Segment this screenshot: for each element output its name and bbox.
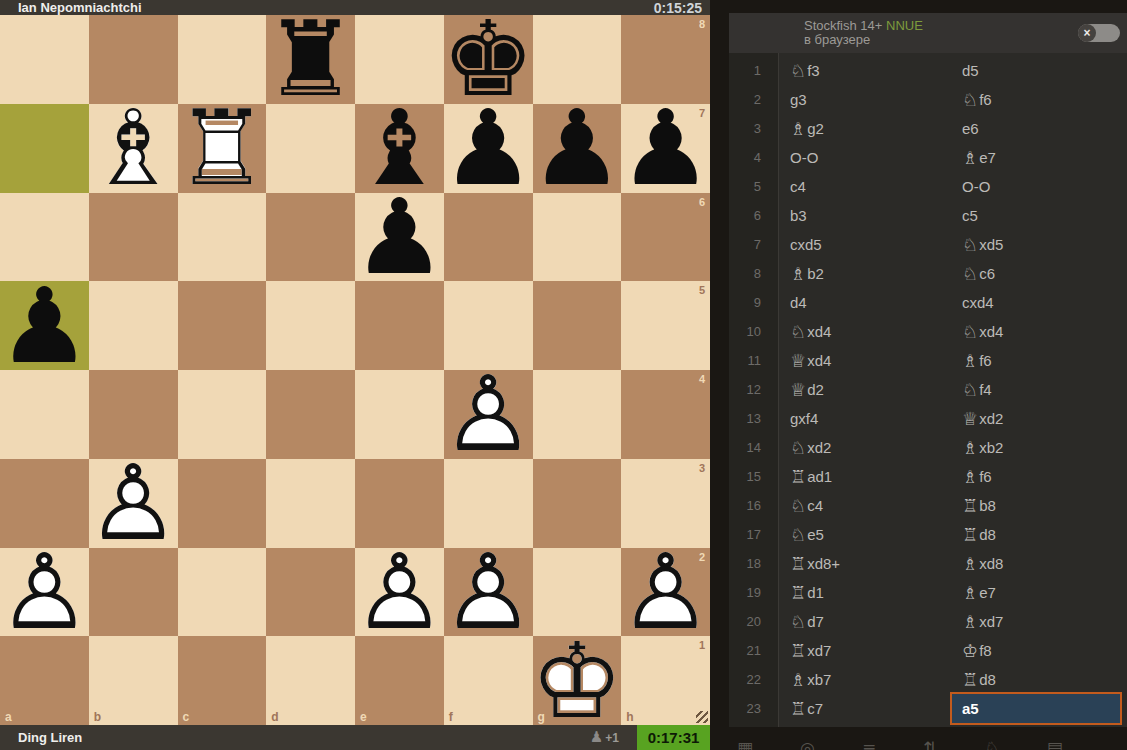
move-row: 20♘d7♗xd7: [729, 607, 1127, 636]
square-a8[interactable]: [0, 15, 89, 104]
move-number: 13: [729, 411, 778, 426]
pawn-icon: ♟: [590, 730, 603, 745]
move-white-16[interactable]: ♘c4: [778, 491, 952, 520]
bottom-bar-right: ♟ +1 0:17:31: [590, 725, 710, 750]
move-white-7[interactable]: cxd5: [778, 230, 952, 259]
bottom-toolbar: ▦◎≡⇅♘▤: [729, 740, 1127, 750]
board-resize-handle[interactable]: [696, 711, 708, 723]
square-d4[interactable]: [266, 370, 355, 459]
piece-figurine-icon: ♖: [962, 497, 978, 515]
move-number: 20: [729, 614, 778, 629]
piece-figurine-icon: ♘: [962, 236, 978, 254]
piece-white-pawn[interactable]: ♟♙: [444, 370, 533, 459]
square-e4[interactable]: [355, 370, 444, 459]
material-indicator: ♟ +1: [590, 730, 619, 745]
move-number: 16: [729, 498, 778, 513]
piece-figurine-icon: ♗: [962, 149, 978, 167]
piece-black-pawn[interactable]: ♟: [621, 104, 710, 193]
move-white-20[interactable]: ♘d7: [778, 607, 952, 636]
square-e1[interactable]: e: [355, 636, 444, 725]
square-b6[interactable]: [89, 193, 178, 282]
list-icon[interactable]: ▤: [1047, 740, 1063, 750]
move-number: 9: [729, 295, 778, 310]
move-black-10[interactable]: ♘xd4: [952, 317, 1120, 346]
piece-black-rook[interactable]: ♜: [266, 15, 355, 104]
move-black-4[interactable]: ♗e7: [952, 143, 1120, 172]
moves-rows: 1♘f3d52g3♘f63♗g2e64O-O♗e75c4O-O6b3c57cxd…: [729, 56, 1127, 723]
square-h5[interactable]: 5: [621, 281, 710, 370]
engine-info: Stockfish 14+ NNUE в браузере: [804, 19, 923, 47]
piece-white-pawn[interactable]: ♟♙: [0, 548, 89, 637]
square-b1[interactable]: b: [89, 636, 178, 725]
piece-figurine-icon: ♘: [962, 91, 978, 109]
move-black-17[interactable]: ♖d8: [952, 520, 1120, 549]
black-player-clock: 0:15:25: [654, 0, 710, 16]
move-white-18[interactable]: ♖xd8+: [778, 549, 952, 578]
move-number: 23: [729, 701, 778, 716]
sort-arrows-icon[interactable]: ⇅: [923, 740, 937, 750]
square-g5[interactable]: [533, 281, 622, 370]
piece-figurine-icon: ♘: [962, 265, 978, 283]
move-row: 12♕d2♘f4: [729, 375, 1127, 404]
move-number: 12: [729, 382, 778, 397]
piece-figurine-icon: ♖: [790, 555, 806, 573]
board-icon[interactable]: ▦: [737, 740, 753, 750]
coordinate-rank-4: 4: [699, 373, 705, 385]
move-black-3[interactable]: e6: [952, 114, 1120, 143]
piece-white-pawn[interactable]: ♟♙: [621, 548, 710, 637]
engine-toggle[interactable]: ×: [1078, 24, 1120, 42]
move-row: 8♗b2♘c6: [729, 259, 1127, 288]
square-g3[interactable]: [533, 459, 622, 548]
move-white-6[interactable]: b3: [778, 201, 952, 230]
piece-figurine-icon: ♖: [962, 671, 978, 689]
move-black-7[interactable]: ♘xd5: [952, 230, 1120, 259]
engine-name-line: Stockfish 14+ NNUE: [804, 19, 923, 33]
coordinate-rank-2: 2: [699, 551, 705, 563]
move-row: 10♘xd4♘xd4: [729, 317, 1127, 346]
move-row: 1♘f3d5: [729, 56, 1127, 85]
move-black-22[interactable]: ♖d8: [952, 665, 1120, 694]
piece-figurine-icon: ♕: [790, 381, 806, 399]
square-d8[interactable]: ♜: [266, 15, 355, 104]
menu-icon[interactable]: ≡: [862, 740, 876, 750]
coordinate-rank-1: 1: [699, 639, 705, 651]
move-white-12[interactable]: ♕d2: [778, 375, 952, 404]
white-player-name: Ding Liren: [0, 730, 82, 745]
square-g1[interactable]: ♚♔g: [533, 636, 622, 725]
move-black-21[interactable]: ♔f8: [952, 636, 1120, 665]
engine-name: Stockfish 14+: [804, 18, 882, 33]
piece-figurine-icon: ♘: [962, 323, 978, 341]
white-player-clock-active: 0:17:31: [637, 725, 710, 750]
piece-figurine-icon: ♗: [962, 584, 978, 602]
square-c6[interactable]: [178, 193, 267, 282]
square-f2[interactable]: ♟♙: [444, 548, 533, 637]
square-a4[interactable]: [0, 370, 89, 459]
piece-white-king[interactable]: ♚♔: [533, 636, 622, 725]
move-white-8[interactable]: ♗b2: [778, 259, 952, 288]
square-c7[interactable]: ♜♖: [178, 104, 267, 193]
coordinate-file-d: d: [271, 710, 278, 724]
square-h2[interactable]: ♟♙2: [621, 548, 710, 637]
piece-black-pawn[interactable]: ♟: [355, 193, 444, 282]
move-row: 15♖ad1♗f6: [729, 462, 1127, 491]
square-c1[interactable]: c: [178, 636, 267, 725]
piece-figurine-icon: ♗: [790, 265, 806, 283]
move-row: 6b3c5: [729, 201, 1127, 230]
piece-figurine-icon: ♖: [790, 584, 806, 602]
move-row: 4O-O♗e7: [729, 143, 1127, 172]
move-white-14[interactable]: ♘xd2: [778, 433, 952, 462]
bottom-player-bar: Ding Liren ♟ +1 0:17:31: [0, 725, 710, 750]
move-row: 11♕xd4♗f6: [729, 346, 1127, 375]
move-number: 21: [729, 643, 778, 658]
move-black-14[interactable]: ♗xb2: [952, 433, 1120, 462]
coordinate-file-h: h: [626, 710, 633, 724]
piece-figurine-icon: ♗: [790, 671, 806, 689]
move-black-2[interactable]: ♘f6: [952, 85, 1120, 114]
square-d6[interactable]: [266, 193, 355, 282]
piece-figurine-icon: ♗: [962, 439, 978, 457]
move-number: 8: [729, 266, 778, 281]
move-black-8[interactable]: ♘c6: [952, 259, 1120, 288]
square-a5[interactable]: ♟: [0, 281, 89, 370]
move-white-11[interactable]: ♕xd4: [778, 346, 952, 375]
board-column: Ian Nepomniachtchi 0:15:25 ♜♚8♝♗♜♖♝♟♟♟7♟…: [0, 0, 710, 750]
move-row: 13gxf4♕xd2: [729, 404, 1127, 433]
coordinate-rank-7: 7: [699, 107, 705, 119]
move-row: 16♘c4♖b8: [729, 491, 1127, 520]
move-list[interactable]: 1♘f3d52g3♘f63♗g2e64O-O♗e75c4O-O6b3c57cxd…: [729, 53, 1127, 727]
square-e6[interactable]: ♟: [355, 193, 444, 282]
square-f1[interactable]: f: [444, 636, 533, 725]
piece-figurine-icon: ♘: [790, 439, 806, 457]
square-b5[interactable]: [89, 281, 178, 370]
move-black-23[interactable]: a5: [952, 694, 1120, 723]
move-row: 5c4O-O: [729, 172, 1127, 201]
material-count: +1: [605, 731, 619, 745]
piece-black-pawn[interactable]: ♟: [0, 281, 89, 370]
move-row: 21♖xd7♔f8: [729, 636, 1127, 665]
move-number: 4: [729, 150, 778, 165]
move-number: 10: [729, 324, 778, 339]
move-black-18[interactable]: ♗xd8: [952, 549, 1120, 578]
square-a2[interactable]: ♟♙: [0, 548, 89, 637]
coordinate-file-c: c: [183, 710, 190, 724]
piece-figurine-icon: ♔: [962, 642, 978, 660]
move-black-9[interactable]: cxd4: [952, 288, 1120, 317]
piece-figurine-icon: ♖: [790, 642, 806, 660]
square-f4[interactable]: ♟♙: [444, 370, 533, 459]
move-row: 22♗xb7♖d8: [729, 665, 1127, 694]
piece-figurine-icon: ♖: [790, 468, 806, 486]
move-black-1[interactable]: d5: [952, 56, 1120, 85]
move-row: 23♖c7a5: [729, 694, 1127, 723]
move-row: 17♘e5♖d8: [729, 520, 1127, 549]
square-h4[interactable]: 4: [621, 370, 710, 459]
move-black-20[interactable]: ♗xd7: [952, 607, 1120, 636]
move-white-13[interactable]: gxf4: [778, 404, 952, 433]
square-d7[interactable]: [266, 104, 355, 193]
coordinate-file-a: a: [5, 710, 12, 724]
engine-nnue-badge: NNUE: [886, 18, 923, 33]
black-player-name: Ian Nepomniachtchi: [0, 0, 142, 15]
move-number: 5: [729, 179, 778, 194]
square-c2[interactable]: [178, 548, 267, 637]
square-h6[interactable]: 6: [621, 193, 710, 282]
move-number: 17: [729, 527, 778, 542]
coordinate-file-b: b: [94, 710, 101, 724]
piece-figurine-icon: ♖: [962, 526, 978, 544]
move-black-19[interactable]: ♗e7: [952, 578, 1120, 607]
move-white-22[interactable]: ♗xb7: [778, 665, 952, 694]
move-row: 9d4cxd4: [729, 288, 1127, 317]
move-white-19[interactable]: ♖d1: [778, 578, 952, 607]
square-e5[interactable]: [355, 281, 444, 370]
square-g7[interactable]: ♟: [533, 104, 622, 193]
knight-icon[interactable]: ♘: [984, 740, 999, 750]
move-black-16[interactable]: ♖b8: [952, 491, 1120, 520]
coordinate-rank-3: 3: [699, 462, 705, 474]
coordinate-file-e: e: [360, 710, 367, 724]
square-g6[interactable]: [533, 193, 622, 282]
square-d2[interactable]: [266, 548, 355, 637]
piece-figurine-icon: ♗: [790, 120, 806, 138]
square-d3[interactable]: [266, 459, 355, 548]
square-c4[interactable]: [178, 370, 267, 459]
move-number: 14: [729, 440, 778, 455]
move-number: 22: [729, 672, 778, 687]
square-d1[interactable]: d: [266, 636, 355, 725]
move-number: 6: [729, 208, 778, 223]
piece-figurine-icon: ♘: [790, 62, 806, 80]
piece-white-bishop[interactable]: ♝♗: [89, 104, 178, 193]
move-row: 19♖d1♗e7: [729, 578, 1127, 607]
square-d5[interactable]: [266, 281, 355, 370]
piece-figurine-icon: ♗: [962, 468, 978, 486]
piece-white-pawn[interactable]: ♟♙: [89, 459, 178, 548]
square-g4[interactable]: [533, 370, 622, 459]
board[interactable]: ♜♚8♝♗♜♖♝♟♟♟7♟6♟5♟♙4♟♙3♟♙♟♙♟♙♟♙2abcdef♚♔g…: [0, 15, 710, 725]
piece-figurine-icon: ♗: [962, 613, 978, 631]
move-white-10[interactable]: ♘xd4: [778, 317, 952, 346]
square-f6[interactable]: [444, 193, 533, 282]
coordinate-file-g: g: [538, 710, 545, 724]
square-c3[interactable]: [178, 459, 267, 548]
move-number: 19: [729, 585, 778, 600]
piece-white-pawn[interactable]: ♟♙: [355, 548, 444, 637]
piece-figurine-icon: ♕: [962, 410, 978, 428]
move-row: 2g3♘f6: [729, 85, 1127, 114]
square-h7[interactable]: ♟7: [621, 104, 710, 193]
move-black-12[interactable]: ♘f4: [952, 375, 1120, 404]
move-number: 7: [729, 237, 778, 252]
record-icon[interactable]: ◎: [800, 740, 815, 750]
move-row: 7cxd5♘xd5: [729, 230, 1127, 259]
square-a7[interactable]: [0, 104, 89, 193]
piece-figurine-icon: ♕: [790, 352, 806, 370]
move-white-23[interactable]: ♖c7: [778, 694, 952, 723]
piece-figurine-icon: ♗: [962, 352, 978, 370]
move-number: 11: [729, 353, 778, 368]
move-white-17[interactable]: ♘e5: [778, 520, 952, 549]
move-number: 18: [729, 556, 778, 571]
engine-header: Stockfish 14+ NNUE в браузере ×: [729, 13, 1127, 53]
piece-figurine-icon: ♘: [962, 381, 978, 399]
move-white-2[interactable]: g3: [778, 85, 952, 114]
square-b2[interactable]: [89, 548, 178, 637]
move-number: 15: [729, 469, 778, 484]
move-black-15[interactable]: ♗f6: [952, 462, 1120, 491]
square-b7[interactable]: ♝♗: [89, 104, 178, 193]
move-row: 14♘xd2♗xb2: [729, 433, 1127, 462]
move-number: 3: [729, 121, 778, 136]
piece-black-pawn[interactable]: ♟: [444, 104, 533, 193]
square-b3[interactable]: ♟♙: [89, 459, 178, 548]
coordinate-rank-6: 6: [699, 196, 705, 208]
move-black-6[interactable]: c5: [952, 201, 1120, 230]
piece-black-pawn[interactable]: ♟: [533, 104, 622, 193]
coordinate-file-f: f: [449, 710, 453, 724]
move-number: 2: [729, 92, 778, 107]
piece-figurine-icon: ♘: [790, 613, 806, 631]
piece-white-pawn[interactable]: ♟♙: [444, 548, 533, 637]
piece-white-rook[interactable]: ♜♖: [178, 104, 267, 193]
square-a1[interactable]: a: [0, 636, 89, 725]
engine-subtitle: в браузере: [804, 33, 923, 47]
move-black-5[interactable]: O-O: [952, 172, 1120, 201]
move-black-11[interactable]: ♗f6: [952, 346, 1120, 375]
piece-figurine-icon: ♖: [790, 700, 806, 718]
move-white-5[interactable]: c4: [778, 172, 952, 201]
square-c5[interactable]: [178, 281, 267, 370]
piece-figurine-icon: ♘: [790, 526, 806, 544]
move-row: 18♖xd8+♗xd8: [729, 549, 1127, 578]
move-white-15[interactable]: ♖ad1: [778, 462, 952, 491]
move-number: 1: [729, 63, 778, 78]
move-white-21[interactable]: ♖xd7: [778, 636, 952, 665]
move-white-1[interactable]: ♘f3: [778, 56, 952, 85]
piece-figurine-icon: ♗: [962, 555, 978, 573]
piece-figurine-icon: ♘: [790, 497, 806, 515]
move-white-4[interactable]: O-O: [778, 143, 952, 172]
square-f7[interactable]: ♟: [444, 104, 533, 193]
piece-figurine-icon: ♘: [790, 323, 806, 341]
move-white-9[interactable]: d4: [778, 288, 952, 317]
toggle-close-icon[interactable]: ×: [1078, 24, 1096, 42]
coordinate-rank-8: 8: [699, 18, 705, 30]
move-row: 3♗g2e6: [729, 114, 1127, 143]
square-e2[interactable]: ♟♙: [355, 548, 444, 637]
coordinate-rank-5: 5: [699, 284, 705, 296]
move-white-3[interactable]: ♗g2: [778, 114, 952, 143]
move-black-13[interactable]: ♕xd2: [952, 404, 1120, 433]
